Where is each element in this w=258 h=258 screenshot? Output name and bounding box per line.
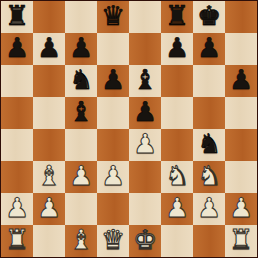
square-h6[interactable]: ♟ (225, 65, 257, 97)
black-rook-icon: ♜ (165, 1, 189, 32)
square-a6[interactable] (1, 65, 33, 97)
black-rook-icon: ♜ (5, 1, 29, 32)
square-h1[interactable]: ♜ (225, 225, 257, 257)
square-f4[interactable] (161, 129, 193, 161)
square-c8[interactable] (65, 1, 97, 33)
black-pawn-icon: ♟ (101, 65, 125, 96)
square-d8[interactable]: ♛ (97, 1, 129, 33)
chess-board: ♜♛♜♚♟♟♟♟♟♞♟♝♟♝♟♟♞♝♟♟♞♞♟♟♟♟♟♜♝♛♚♜ (0, 0, 258, 258)
square-a8[interactable]: ♜ (1, 1, 33, 33)
black-pawn-icon: ♟ (197, 33, 221, 64)
square-e3[interactable] (129, 161, 161, 193)
white-king-icon: ♚ (133, 225, 157, 256)
square-b3[interactable]: ♝ (33, 161, 65, 193)
black-pawn-icon: ♟ (5, 33, 29, 64)
white-queen-icon: ♛ (101, 225, 125, 256)
square-h2[interactable]: ♟ (225, 193, 257, 225)
square-e2[interactable] (129, 193, 161, 225)
square-b4[interactable] (33, 129, 65, 161)
square-e8[interactable] (129, 1, 161, 33)
square-g6[interactable] (193, 65, 225, 97)
black-queen-icon: ♛ (101, 1, 125, 32)
square-h3[interactable] (225, 161, 257, 193)
square-c5[interactable]: ♝ (65, 97, 97, 129)
square-d6[interactable]: ♟ (97, 65, 129, 97)
white-knight-icon: ♞ (197, 161, 221, 192)
square-g7[interactable]: ♟ (193, 33, 225, 65)
square-h7[interactable] (225, 33, 257, 65)
square-c6[interactable]: ♞ (65, 65, 97, 97)
black-pawn-icon: ♟ (133, 97, 157, 128)
square-d4[interactable] (97, 129, 129, 161)
square-c3[interactable]: ♟ (65, 161, 97, 193)
square-f8[interactable]: ♜ (161, 1, 193, 33)
square-d5[interactable] (97, 97, 129, 129)
square-d2[interactable] (97, 193, 129, 225)
white-rook-icon: ♜ (5, 225, 29, 256)
square-b1[interactable] (33, 225, 65, 257)
black-knight-icon: ♞ (197, 129, 221, 160)
square-c4[interactable] (65, 129, 97, 161)
white-bishop-icon: ♝ (69, 225, 93, 256)
black-pawn-icon: ♟ (165, 33, 189, 64)
white-pawn-icon: ♟ (197, 193, 221, 224)
white-knight-icon: ♞ (165, 161, 189, 192)
square-a4[interactable] (1, 129, 33, 161)
white-pawn-icon: ♟ (69, 161, 93, 192)
square-e4[interactable]: ♟ (129, 129, 161, 161)
white-pawn-icon: ♟ (133, 129, 157, 160)
black-bishop-icon: ♝ (133, 65, 157, 96)
black-bishop-icon: ♝ (69, 97, 93, 128)
square-b2[interactable]: ♟ (33, 193, 65, 225)
white-bishop-icon: ♝ (37, 161, 61, 192)
chess-diagram: ♜♛♜♚♟♟♟♟♟♞♟♝♟♝♟♟♞♝♟♟♞♞♟♟♟♟♟♜♝♛♚♜ (0, 0, 258, 258)
square-b8[interactable] (33, 1, 65, 33)
square-f2[interactable]: ♟ (161, 193, 193, 225)
square-a1[interactable]: ♜ (1, 225, 33, 257)
square-f6[interactable] (161, 65, 193, 97)
square-b7[interactable]: ♟ (33, 33, 65, 65)
square-g1[interactable] (193, 225, 225, 257)
white-pawn-icon: ♟ (165, 193, 189, 224)
white-pawn-icon: ♟ (229, 193, 253, 224)
square-g3[interactable]: ♞ (193, 161, 225, 193)
square-f3[interactable]: ♞ (161, 161, 193, 193)
square-e7[interactable] (129, 33, 161, 65)
white-pawn-icon: ♟ (101, 161, 125, 192)
black-pawn-icon: ♟ (37, 33, 61, 64)
black-pawn-icon: ♟ (229, 65, 253, 96)
square-h8[interactable] (225, 1, 257, 33)
square-d3[interactable]: ♟ (97, 161, 129, 193)
square-a5[interactable] (1, 97, 33, 129)
black-knight-icon: ♞ (69, 65, 93, 96)
square-f5[interactable] (161, 97, 193, 129)
square-g5[interactable] (193, 97, 225, 129)
square-d1[interactable]: ♛ (97, 225, 129, 257)
square-h4[interactable] (225, 129, 257, 161)
black-king-icon: ♚ (197, 1, 221, 32)
square-e1[interactable]: ♚ (129, 225, 161, 257)
square-a2[interactable]: ♟ (1, 193, 33, 225)
square-f7[interactable]: ♟ (161, 33, 193, 65)
square-d7[interactable] (97, 33, 129, 65)
square-c2[interactable] (65, 193, 97, 225)
square-c1[interactable]: ♝ (65, 225, 97, 257)
white-pawn-icon: ♟ (5, 193, 29, 224)
square-b5[interactable] (33, 97, 65, 129)
square-b6[interactable] (33, 65, 65, 97)
square-g2[interactable]: ♟ (193, 193, 225, 225)
square-f1[interactable] (161, 225, 193, 257)
white-rook-icon: ♜ (229, 225, 253, 256)
square-g8[interactable]: ♚ (193, 1, 225, 33)
black-pawn-icon: ♟ (69, 33, 93, 64)
square-e6[interactable]: ♝ (129, 65, 161, 97)
square-h5[interactable] (225, 97, 257, 129)
square-c7[interactable]: ♟ (65, 33, 97, 65)
square-a7[interactable]: ♟ (1, 33, 33, 65)
square-g4[interactable]: ♞ (193, 129, 225, 161)
square-e5[interactable]: ♟ (129, 97, 161, 129)
white-pawn-icon: ♟ (37, 193, 61, 224)
square-a3[interactable] (1, 161, 33, 193)
